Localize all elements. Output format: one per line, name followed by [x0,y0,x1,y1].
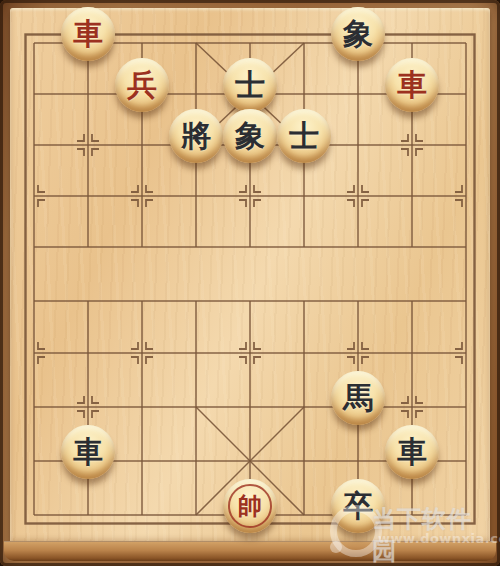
piece-glyph: 象 [343,19,373,49]
piece-red-general[interactable]: 帥 [223,479,277,533]
piece-glyph: 車 [397,70,427,100]
piece-glyph: 帥 [238,494,262,518]
piece-red-soldier[interactable]: 兵 [115,58,169,112]
pieces-layer: 車象兵士車將象士馬車車帥卒 [0,0,500,566]
piece-black-advisor[interactable]: 士 [277,109,331,163]
piece-glyph: 車 [397,437,427,467]
piece-glyph: 象 [235,121,265,151]
piece-glyph: 士 [289,121,319,151]
piece-red-chariot[interactable]: 車 [61,7,115,61]
piece-black-advisor[interactable]: 士 [223,58,277,112]
piece-glyph: 車 [73,437,103,467]
piece-black-general[interactable]: 將 [169,109,223,163]
piece-glyph: 兵 [127,70,157,100]
piece-glyph: 卒 [343,491,373,521]
piece-black-chariot[interactable]: 車 [385,425,439,479]
piece-glyph: 車 [73,19,103,49]
piece-glyph: 士 [235,70,265,100]
piece-black-soldier[interactable]: 卒 [331,479,385,533]
piece-black-elephant[interactable]: 象 [223,109,277,163]
piece-black-chariot[interactable]: 車 [61,425,115,479]
piece-glyph: 馬 [343,383,373,413]
piece-red-chariot[interactable]: 車 [385,58,439,112]
piece-glyph: 將 [181,121,211,151]
piece-black-elephant[interactable]: 象 [331,7,385,61]
piece-black-horse[interactable]: 馬 [331,371,385,425]
xiangqi-game-screen: 車象兵士車將象士馬車車帥卒 当下软件园 www.downxia.com [0,0,500,566]
